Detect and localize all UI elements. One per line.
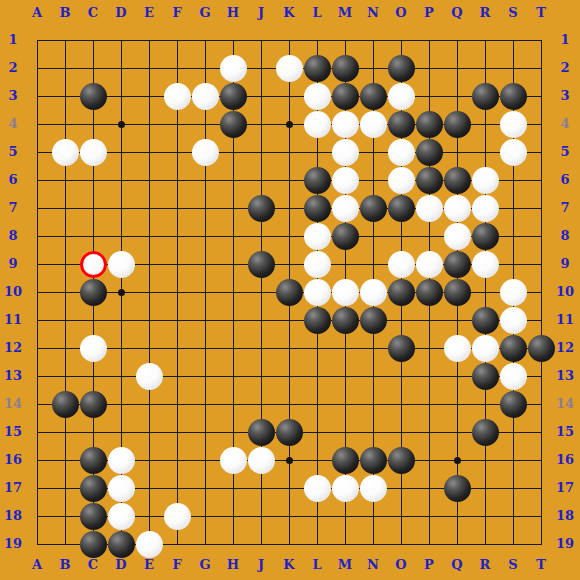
intersection-Q19[interactable]	[443, 530, 471, 558]
intersection-K9[interactable]	[275, 250, 303, 278]
intersection-F16[interactable]	[163, 446, 191, 474]
intersection-J10[interactable]	[247, 278, 275, 306]
intersection-Q9[interactable]	[443, 250, 471, 278]
intersection-C13[interactable]	[79, 362, 107, 390]
intersection-O8[interactable]	[387, 222, 415, 250]
intersection-A1[interactable]	[23, 26, 51, 54]
intersection-S9[interactable]	[499, 250, 527, 278]
intersection-N11[interactable]	[359, 306, 387, 334]
intersection-E17[interactable]	[135, 474, 163, 502]
intersection-T3[interactable]	[527, 82, 555, 110]
intersection-S4[interactable]	[499, 110, 527, 138]
intersection-F5[interactable]	[163, 138, 191, 166]
intersection-T12[interactable]	[527, 334, 555, 362]
intersection-M17[interactable]	[331, 474, 359, 502]
intersection-K7[interactable]	[275, 194, 303, 222]
intersection-Q1[interactable]	[443, 26, 471, 54]
intersection-L15[interactable]	[303, 418, 331, 446]
intersection-D4[interactable]	[107, 110, 135, 138]
intersection-H9[interactable]	[219, 250, 247, 278]
intersection-B8[interactable]	[51, 222, 79, 250]
intersection-M5[interactable]	[331, 138, 359, 166]
intersection-N14[interactable]	[359, 390, 387, 418]
intersection-T11[interactable]	[527, 306, 555, 334]
intersection-O9[interactable]	[387, 250, 415, 278]
intersection-E13[interactable]	[135, 362, 163, 390]
intersection-D3[interactable]	[107, 82, 135, 110]
intersection-N4[interactable]	[359, 110, 387, 138]
intersection-M8[interactable]	[331, 222, 359, 250]
intersection-N13[interactable]	[359, 362, 387, 390]
intersection-D11[interactable]	[107, 306, 135, 334]
intersection-C19[interactable]	[79, 530, 107, 558]
intersection-D9[interactable]	[107, 250, 135, 278]
intersection-L7[interactable]	[303, 194, 331, 222]
intersection-T5[interactable]	[527, 138, 555, 166]
intersection-F8[interactable]	[163, 222, 191, 250]
intersection-R4[interactable]	[471, 110, 499, 138]
intersection-E1[interactable]	[135, 26, 163, 54]
intersection-H17[interactable]	[219, 474, 247, 502]
intersection-S16[interactable]	[499, 446, 527, 474]
intersection-A14[interactable]	[23, 390, 51, 418]
intersection-G18[interactable]	[191, 502, 219, 530]
intersection-C4[interactable]	[79, 110, 107, 138]
intersection-T19[interactable]	[527, 530, 555, 558]
intersection-E11[interactable]	[135, 306, 163, 334]
intersection-N15[interactable]	[359, 418, 387, 446]
intersection-H14[interactable]	[219, 390, 247, 418]
intersection-J11[interactable]	[247, 306, 275, 334]
intersection-E5[interactable]	[135, 138, 163, 166]
intersection-L2[interactable]	[303, 54, 331, 82]
intersection-O11[interactable]	[387, 306, 415, 334]
intersection-H11[interactable]	[219, 306, 247, 334]
intersection-H10[interactable]	[219, 278, 247, 306]
intersection-E9[interactable]	[135, 250, 163, 278]
intersection-O17[interactable]	[387, 474, 415, 502]
intersection-L14[interactable]	[303, 390, 331, 418]
intersection-L12[interactable]	[303, 334, 331, 362]
intersection-C2[interactable]	[79, 54, 107, 82]
intersection-B1[interactable]	[51, 26, 79, 54]
intersection-L8[interactable]	[303, 222, 331, 250]
intersection-S5[interactable]	[499, 138, 527, 166]
intersection-R13[interactable]	[471, 362, 499, 390]
intersection-T18[interactable]	[527, 502, 555, 530]
intersection-O1[interactable]	[387, 26, 415, 54]
intersection-R14[interactable]	[471, 390, 499, 418]
intersection-H2[interactable]	[219, 54, 247, 82]
intersection-Q16[interactable]	[443, 446, 471, 474]
intersection-O14[interactable]	[387, 390, 415, 418]
intersection-R17[interactable]	[471, 474, 499, 502]
intersection-F12[interactable]	[163, 334, 191, 362]
intersection-P5[interactable]	[415, 138, 443, 166]
intersection-R7[interactable]	[471, 194, 499, 222]
intersection-F11[interactable]	[163, 306, 191, 334]
intersection-K15[interactable]	[275, 418, 303, 446]
intersection-T17[interactable]	[527, 474, 555, 502]
intersection-P16[interactable]	[415, 446, 443, 474]
intersection-G17[interactable]	[191, 474, 219, 502]
intersection-C7[interactable]	[79, 194, 107, 222]
intersection-E3[interactable]	[135, 82, 163, 110]
intersection-O18[interactable]	[387, 502, 415, 530]
intersection-A5[interactable]	[23, 138, 51, 166]
intersection-R11[interactable]	[471, 306, 499, 334]
intersection-K18[interactable]	[275, 502, 303, 530]
intersection-F7[interactable]	[163, 194, 191, 222]
intersection-K2[interactable]	[275, 54, 303, 82]
intersection-T8[interactable]	[527, 222, 555, 250]
intersection-L10[interactable]	[303, 278, 331, 306]
intersection-J14[interactable]	[247, 390, 275, 418]
intersection-B15[interactable]	[51, 418, 79, 446]
intersection-G14[interactable]	[191, 390, 219, 418]
intersection-G13[interactable]	[191, 362, 219, 390]
intersection-M16[interactable]	[331, 446, 359, 474]
intersection-B13[interactable]	[51, 362, 79, 390]
intersection-C12[interactable]	[79, 334, 107, 362]
intersection-M7[interactable]	[331, 194, 359, 222]
intersection-M4[interactable]	[331, 110, 359, 138]
intersection-Q6[interactable]	[443, 166, 471, 194]
intersection-T15[interactable]	[527, 418, 555, 446]
intersection-P12[interactable]	[415, 334, 443, 362]
intersection-S6[interactable]	[499, 166, 527, 194]
intersection-F13[interactable]	[163, 362, 191, 390]
intersection-C6[interactable]	[79, 166, 107, 194]
intersection-A3[interactable]	[23, 82, 51, 110]
intersection-D8[interactable]	[107, 222, 135, 250]
intersection-T13[interactable]	[527, 362, 555, 390]
intersection-T6[interactable]	[527, 166, 555, 194]
intersection-Q10[interactable]	[443, 278, 471, 306]
intersection-L16[interactable]	[303, 446, 331, 474]
intersection-Q15[interactable]	[443, 418, 471, 446]
intersection-C15[interactable]	[79, 418, 107, 446]
intersection-J4[interactable]	[247, 110, 275, 138]
intersection-L11[interactable]	[303, 306, 331, 334]
intersection-O6[interactable]	[387, 166, 415, 194]
intersection-N6[interactable]	[359, 166, 387, 194]
intersection-O4[interactable]	[387, 110, 415, 138]
intersection-A15[interactable]	[23, 418, 51, 446]
intersection-Q11[interactable]	[443, 306, 471, 334]
intersection-S18[interactable]	[499, 502, 527, 530]
intersection-P19[interactable]	[415, 530, 443, 558]
intersection-Q3[interactable]	[443, 82, 471, 110]
intersection-G10[interactable]	[191, 278, 219, 306]
intersection-Q5[interactable]	[443, 138, 471, 166]
intersection-K19[interactable]	[275, 530, 303, 558]
intersection-H18[interactable]	[219, 502, 247, 530]
intersection-E15[interactable]	[135, 418, 163, 446]
intersection-S12[interactable]	[499, 334, 527, 362]
intersection-J19[interactable]	[247, 530, 275, 558]
intersection-A8[interactable]	[23, 222, 51, 250]
intersection-F4[interactable]	[163, 110, 191, 138]
intersection-G11[interactable]	[191, 306, 219, 334]
intersection-A10[interactable]	[23, 278, 51, 306]
intersection-H19[interactable]	[219, 530, 247, 558]
intersection-F3[interactable]	[163, 82, 191, 110]
intersection-P8[interactable]	[415, 222, 443, 250]
intersection-R16[interactable]	[471, 446, 499, 474]
intersection-A18[interactable]	[23, 502, 51, 530]
intersection-L5[interactable]	[303, 138, 331, 166]
intersection-G7[interactable]	[191, 194, 219, 222]
intersection-L17[interactable]	[303, 474, 331, 502]
intersection-R3[interactable]	[471, 82, 499, 110]
intersection-D7[interactable]	[107, 194, 135, 222]
intersection-L9[interactable]	[303, 250, 331, 278]
intersection-L13[interactable]	[303, 362, 331, 390]
intersection-O19[interactable]	[387, 530, 415, 558]
intersection-M11[interactable]	[331, 306, 359, 334]
intersection-D10[interactable]	[107, 278, 135, 306]
intersection-O2[interactable]	[387, 54, 415, 82]
intersection-E8[interactable]	[135, 222, 163, 250]
intersection-D5[interactable]	[107, 138, 135, 166]
intersection-F9[interactable]	[163, 250, 191, 278]
intersection-P18[interactable]	[415, 502, 443, 530]
intersection-A9[interactable]	[23, 250, 51, 278]
intersection-N8[interactable]	[359, 222, 387, 250]
intersection-F19[interactable]	[163, 530, 191, 558]
intersection-E16[interactable]	[135, 446, 163, 474]
intersection-A16[interactable]	[23, 446, 51, 474]
intersection-A7[interactable]	[23, 194, 51, 222]
intersection-G15[interactable]	[191, 418, 219, 446]
intersection-K6[interactable]	[275, 166, 303, 194]
intersection-S11[interactable]	[499, 306, 527, 334]
intersection-R19[interactable]	[471, 530, 499, 558]
intersection-R8[interactable]	[471, 222, 499, 250]
intersection-H13[interactable]	[219, 362, 247, 390]
intersection-B17[interactable]	[51, 474, 79, 502]
intersection-P6[interactable]	[415, 166, 443, 194]
intersection-J2[interactable]	[247, 54, 275, 82]
intersection-O13[interactable]	[387, 362, 415, 390]
intersection-J15[interactable]	[247, 418, 275, 446]
intersection-H7[interactable]	[219, 194, 247, 222]
intersection-Q7[interactable]	[443, 194, 471, 222]
intersection-A6[interactable]	[23, 166, 51, 194]
intersection-P7[interactable]	[415, 194, 443, 222]
intersection-C17[interactable]	[79, 474, 107, 502]
intersection-M14[interactable]	[331, 390, 359, 418]
intersection-M3[interactable]	[331, 82, 359, 110]
intersection-O12[interactable]	[387, 334, 415, 362]
intersection-F1[interactable]	[163, 26, 191, 54]
intersection-D6[interactable]	[107, 166, 135, 194]
intersection-G16[interactable]	[191, 446, 219, 474]
intersection-K5[interactable]	[275, 138, 303, 166]
intersection-P15[interactable]	[415, 418, 443, 446]
intersection-C14[interactable]	[79, 390, 107, 418]
intersection-F18[interactable]	[163, 502, 191, 530]
intersection-O10[interactable]	[387, 278, 415, 306]
intersection-F2[interactable]	[163, 54, 191, 82]
intersection-G3[interactable]	[191, 82, 219, 110]
intersection-C9[interactable]	[79, 250, 107, 278]
intersection-B19[interactable]	[51, 530, 79, 558]
intersection-S19[interactable]	[499, 530, 527, 558]
intersection-G2[interactable]	[191, 54, 219, 82]
intersection-C3[interactable]	[79, 82, 107, 110]
intersection-H4[interactable]	[219, 110, 247, 138]
intersection-T1[interactable]	[527, 26, 555, 54]
intersection-Q14[interactable]	[443, 390, 471, 418]
intersection-O7[interactable]	[387, 194, 415, 222]
intersection-J17[interactable]	[247, 474, 275, 502]
intersection-M18[interactable]	[331, 502, 359, 530]
intersection-N16[interactable]	[359, 446, 387, 474]
intersection-T10[interactable]	[527, 278, 555, 306]
intersection-C18[interactable]	[79, 502, 107, 530]
intersection-G19[interactable]	[191, 530, 219, 558]
intersection-C8[interactable]	[79, 222, 107, 250]
intersection-E6[interactable]	[135, 166, 163, 194]
intersection-H6[interactable]	[219, 166, 247, 194]
intersection-M19[interactable]	[331, 530, 359, 558]
intersection-E7[interactable]	[135, 194, 163, 222]
intersection-R1[interactable]	[471, 26, 499, 54]
intersection-J7[interactable]	[247, 194, 275, 222]
intersection-H12[interactable]	[219, 334, 247, 362]
intersection-S15[interactable]	[499, 418, 527, 446]
intersection-L1[interactable]	[303, 26, 331, 54]
intersection-R12[interactable]	[471, 334, 499, 362]
intersection-B7[interactable]	[51, 194, 79, 222]
intersection-P4[interactable]	[415, 110, 443, 138]
intersection-B18[interactable]	[51, 502, 79, 530]
intersection-P17[interactable]	[415, 474, 443, 502]
intersection-Q12[interactable]	[443, 334, 471, 362]
intersection-N1[interactable]	[359, 26, 387, 54]
intersection-L3[interactable]	[303, 82, 331, 110]
intersection-G12[interactable]	[191, 334, 219, 362]
intersection-L4[interactable]	[303, 110, 331, 138]
intersection-S2[interactable]	[499, 54, 527, 82]
intersection-E12[interactable]	[135, 334, 163, 362]
intersection-F14[interactable]	[163, 390, 191, 418]
intersection-S14[interactable]	[499, 390, 527, 418]
intersection-R6[interactable]	[471, 166, 499, 194]
intersection-R15[interactable]	[471, 418, 499, 446]
intersection-O3[interactable]	[387, 82, 415, 110]
intersection-O15[interactable]	[387, 418, 415, 446]
intersection-C10[interactable]	[79, 278, 107, 306]
intersection-J12[interactable]	[247, 334, 275, 362]
intersection-G9[interactable]	[191, 250, 219, 278]
intersection-N2[interactable]	[359, 54, 387, 82]
intersection-A12[interactable]	[23, 334, 51, 362]
intersection-B3[interactable]	[51, 82, 79, 110]
intersection-S13[interactable]	[499, 362, 527, 390]
intersection-T14[interactable]	[527, 390, 555, 418]
intersection-H8[interactable]	[219, 222, 247, 250]
intersection-F15[interactable]	[163, 418, 191, 446]
intersection-S3[interactable]	[499, 82, 527, 110]
intersection-A19[interactable]	[23, 530, 51, 558]
intersection-H15[interactable]	[219, 418, 247, 446]
intersection-A17[interactable]	[23, 474, 51, 502]
intersection-M1[interactable]	[331, 26, 359, 54]
intersection-F10[interactable]	[163, 278, 191, 306]
intersection-C11[interactable]	[79, 306, 107, 334]
intersection-N9[interactable]	[359, 250, 387, 278]
intersection-J16[interactable]	[247, 446, 275, 474]
intersection-S1[interactable]	[499, 26, 527, 54]
intersection-J1[interactable]	[247, 26, 275, 54]
intersection-B5[interactable]	[51, 138, 79, 166]
intersection-N19[interactable]	[359, 530, 387, 558]
intersection-P10[interactable]	[415, 278, 443, 306]
intersection-F17[interactable]	[163, 474, 191, 502]
intersection-K14[interactable]	[275, 390, 303, 418]
intersection-C16[interactable]	[79, 446, 107, 474]
intersection-B6[interactable]	[51, 166, 79, 194]
intersection-M9[interactable]	[331, 250, 359, 278]
intersection-M10[interactable]	[331, 278, 359, 306]
intersection-D14[interactable]	[107, 390, 135, 418]
intersection-P3[interactable]	[415, 82, 443, 110]
intersection-J8[interactable]	[247, 222, 275, 250]
intersection-K10[interactable]	[275, 278, 303, 306]
intersection-M15[interactable]	[331, 418, 359, 446]
intersection-K4[interactable]	[275, 110, 303, 138]
intersection-O5[interactable]	[387, 138, 415, 166]
intersection-G5[interactable]	[191, 138, 219, 166]
intersection-B16[interactable]	[51, 446, 79, 474]
intersection-E4[interactable]	[135, 110, 163, 138]
intersection-R2[interactable]	[471, 54, 499, 82]
intersection-K13[interactable]	[275, 362, 303, 390]
intersection-D18[interactable]	[107, 502, 135, 530]
intersection-H3[interactable]	[219, 82, 247, 110]
intersection-N3[interactable]	[359, 82, 387, 110]
intersection-J3[interactable]	[247, 82, 275, 110]
intersection-T16[interactable]	[527, 446, 555, 474]
intersection-O16[interactable]	[387, 446, 415, 474]
intersection-K17[interactable]	[275, 474, 303, 502]
intersection-J13[interactable]	[247, 362, 275, 390]
intersection-D2[interactable]	[107, 54, 135, 82]
intersection-P1[interactable]	[415, 26, 443, 54]
intersection-D16[interactable]	[107, 446, 135, 474]
intersection-D13[interactable]	[107, 362, 135, 390]
intersection-T9[interactable]	[527, 250, 555, 278]
intersection-E18[interactable]	[135, 502, 163, 530]
intersection-Q13[interactable]	[443, 362, 471, 390]
intersection-L6[interactable]	[303, 166, 331, 194]
intersection-F6[interactable]	[163, 166, 191, 194]
intersection-K8[interactable]	[275, 222, 303, 250]
intersection-K3[interactable]	[275, 82, 303, 110]
intersection-N7[interactable]	[359, 194, 387, 222]
intersection-Q8[interactable]	[443, 222, 471, 250]
intersection-S8[interactable]	[499, 222, 527, 250]
intersection-G6[interactable]	[191, 166, 219, 194]
intersection-A4[interactable]	[23, 110, 51, 138]
intersection-H5[interactable]	[219, 138, 247, 166]
intersection-R10[interactable]	[471, 278, 499, 306]
intersection-P14[interactable]	[415, 390, 443, 418]
intersection-A2[interactable]	[23, 54, 51, 82]
